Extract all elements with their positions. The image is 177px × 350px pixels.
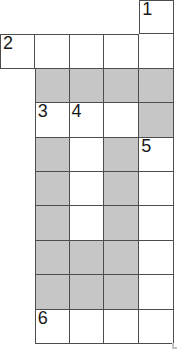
- resize-handle-icon: [172, 343, 177, 349]
- white-cell-r8c4[interactable]: [139, 275, 174, 309]
- white-cell-r3c3[interactable]: [104, 103, 139, 137]
- white-cell-r7c4[interactable]: [139, 241, 174, 275]
- outside-area: [35, 0, 70, 34]
- white-cell-r3c2[interactable]: 4: [70, 103, 105, 137]
- outside-area: [0, 172, 35, 206]
- white-cell-r5c2[interactable]: [70, 172, 105, 206]
- blocked-cell-r7c3: [104, 241, 139, 275]
- blocked-cell-r3c4: [139, 103, 174, 137]
- white-cell-r1c3[interactable]: [104, 34, 139, 68]
- clue-number-5: 5: [141, 136, 151, 157]
- outside-area: [0, 275, 35, 309]
- outside-area: [0, 241, 35, 275]
- crossword-board: 123456: [0, 0, 177, 350]
- white-cell-r1c0[interactable]: 2: [0, 34, 35, 68]
- blocked-cell-r2c2: [70, 69, 105, 103]
- blocked-cell-r8c1: [35, 275, 70, 309]
- blocked-cell-r2c4: [139, 69, 174, 103]
- blocked-cell-r2c1: [35, 69, 70, 103]
- clue-number-4: 4: [72, 101, 82, 122]
- outside-area: [0, 0, 35, 34]
- white-cell-r4c2[interactable]: [70, 138, 105, 172]
- outside-area: [0, 206, 35, 240]
- blocked-cell-r4c1: [35, 138, 70, 172]
- clue-number-2: 2: [3, 33, 13, 54]
- outside-area: [0, 103, 35, 137]
- blocked-cell-r7c2: [70, 241, 105, 275]
- blocked-cell-r4c3: [104, 138, 139, 172]
- white-cell-r1c4[interactable]: [139, 34, 174, 68]
- white-cell-r6c4[interactable]: [139, 206, 174, 240]
- white-cell-r1c1[interactable]: [35, 34, 70, 68]
- white-cell-r5c4[interactable]: [139, 172, 174, 206]
- blocked-cell-r2c3: [104, 69, 139, 103]
- blocked-cell-r6c1: [35, 206, 70, 240]
- blocked-cell-r8c3: [104, 275, 139, 309]
- outside-area: [104, 0, 139, 34]
- white-cell-r9c2[interactable]: [70, 310, 105, 344]
- white-cell-r3c1[interactable]: 3: [35, 103, 70, 137]
- clue-number-3: 3: [38, 101, 48, 122]
- outside-area: [0, 138, 35, 172]
- clue-number-1: 1: [142, 0, 152, 20]
- white-cell-r4c4[interactable]: 5: [139, 138, 174, 172]
- outside-area: [0, 310, 35, 344]
- white-cell-r9c4[interactable]: [139, 310, 174, 344]
- white-cell-r9c1[interactable]: 6: [35, 310, 70, 344]
- outside-area: [70, 0, 105, 34]
- blocked-cell-r8c2: [70, 275, 105, 309]
- outside-area: [0, 69, 35, 103]
- crossword-grid: 123456: [0, 0, 174, 344]
- blocked-cell-r7c1: [35, 241, 70, 275]
- white-cell-r0c4[interactable]: 1: [139, 0, 174, 34]
- blocked-cell-r6c3: [104, 206, 139, 240]
- clue-number-6: 6: [38, 308, 48, 329]
- white-cell-r6c2[interactable]: [70, 206, 105, 240]
- blocked-cell-r5c1: [35, 172, 70, 206]
- white-cell-r9c3[interactable]: [104, 310, 139, 344]
- white-cell-r1c2[interactable]: [70, 34, 105, 68]
- blocked-cell-r5c3: [104, 172, 139, 206]
